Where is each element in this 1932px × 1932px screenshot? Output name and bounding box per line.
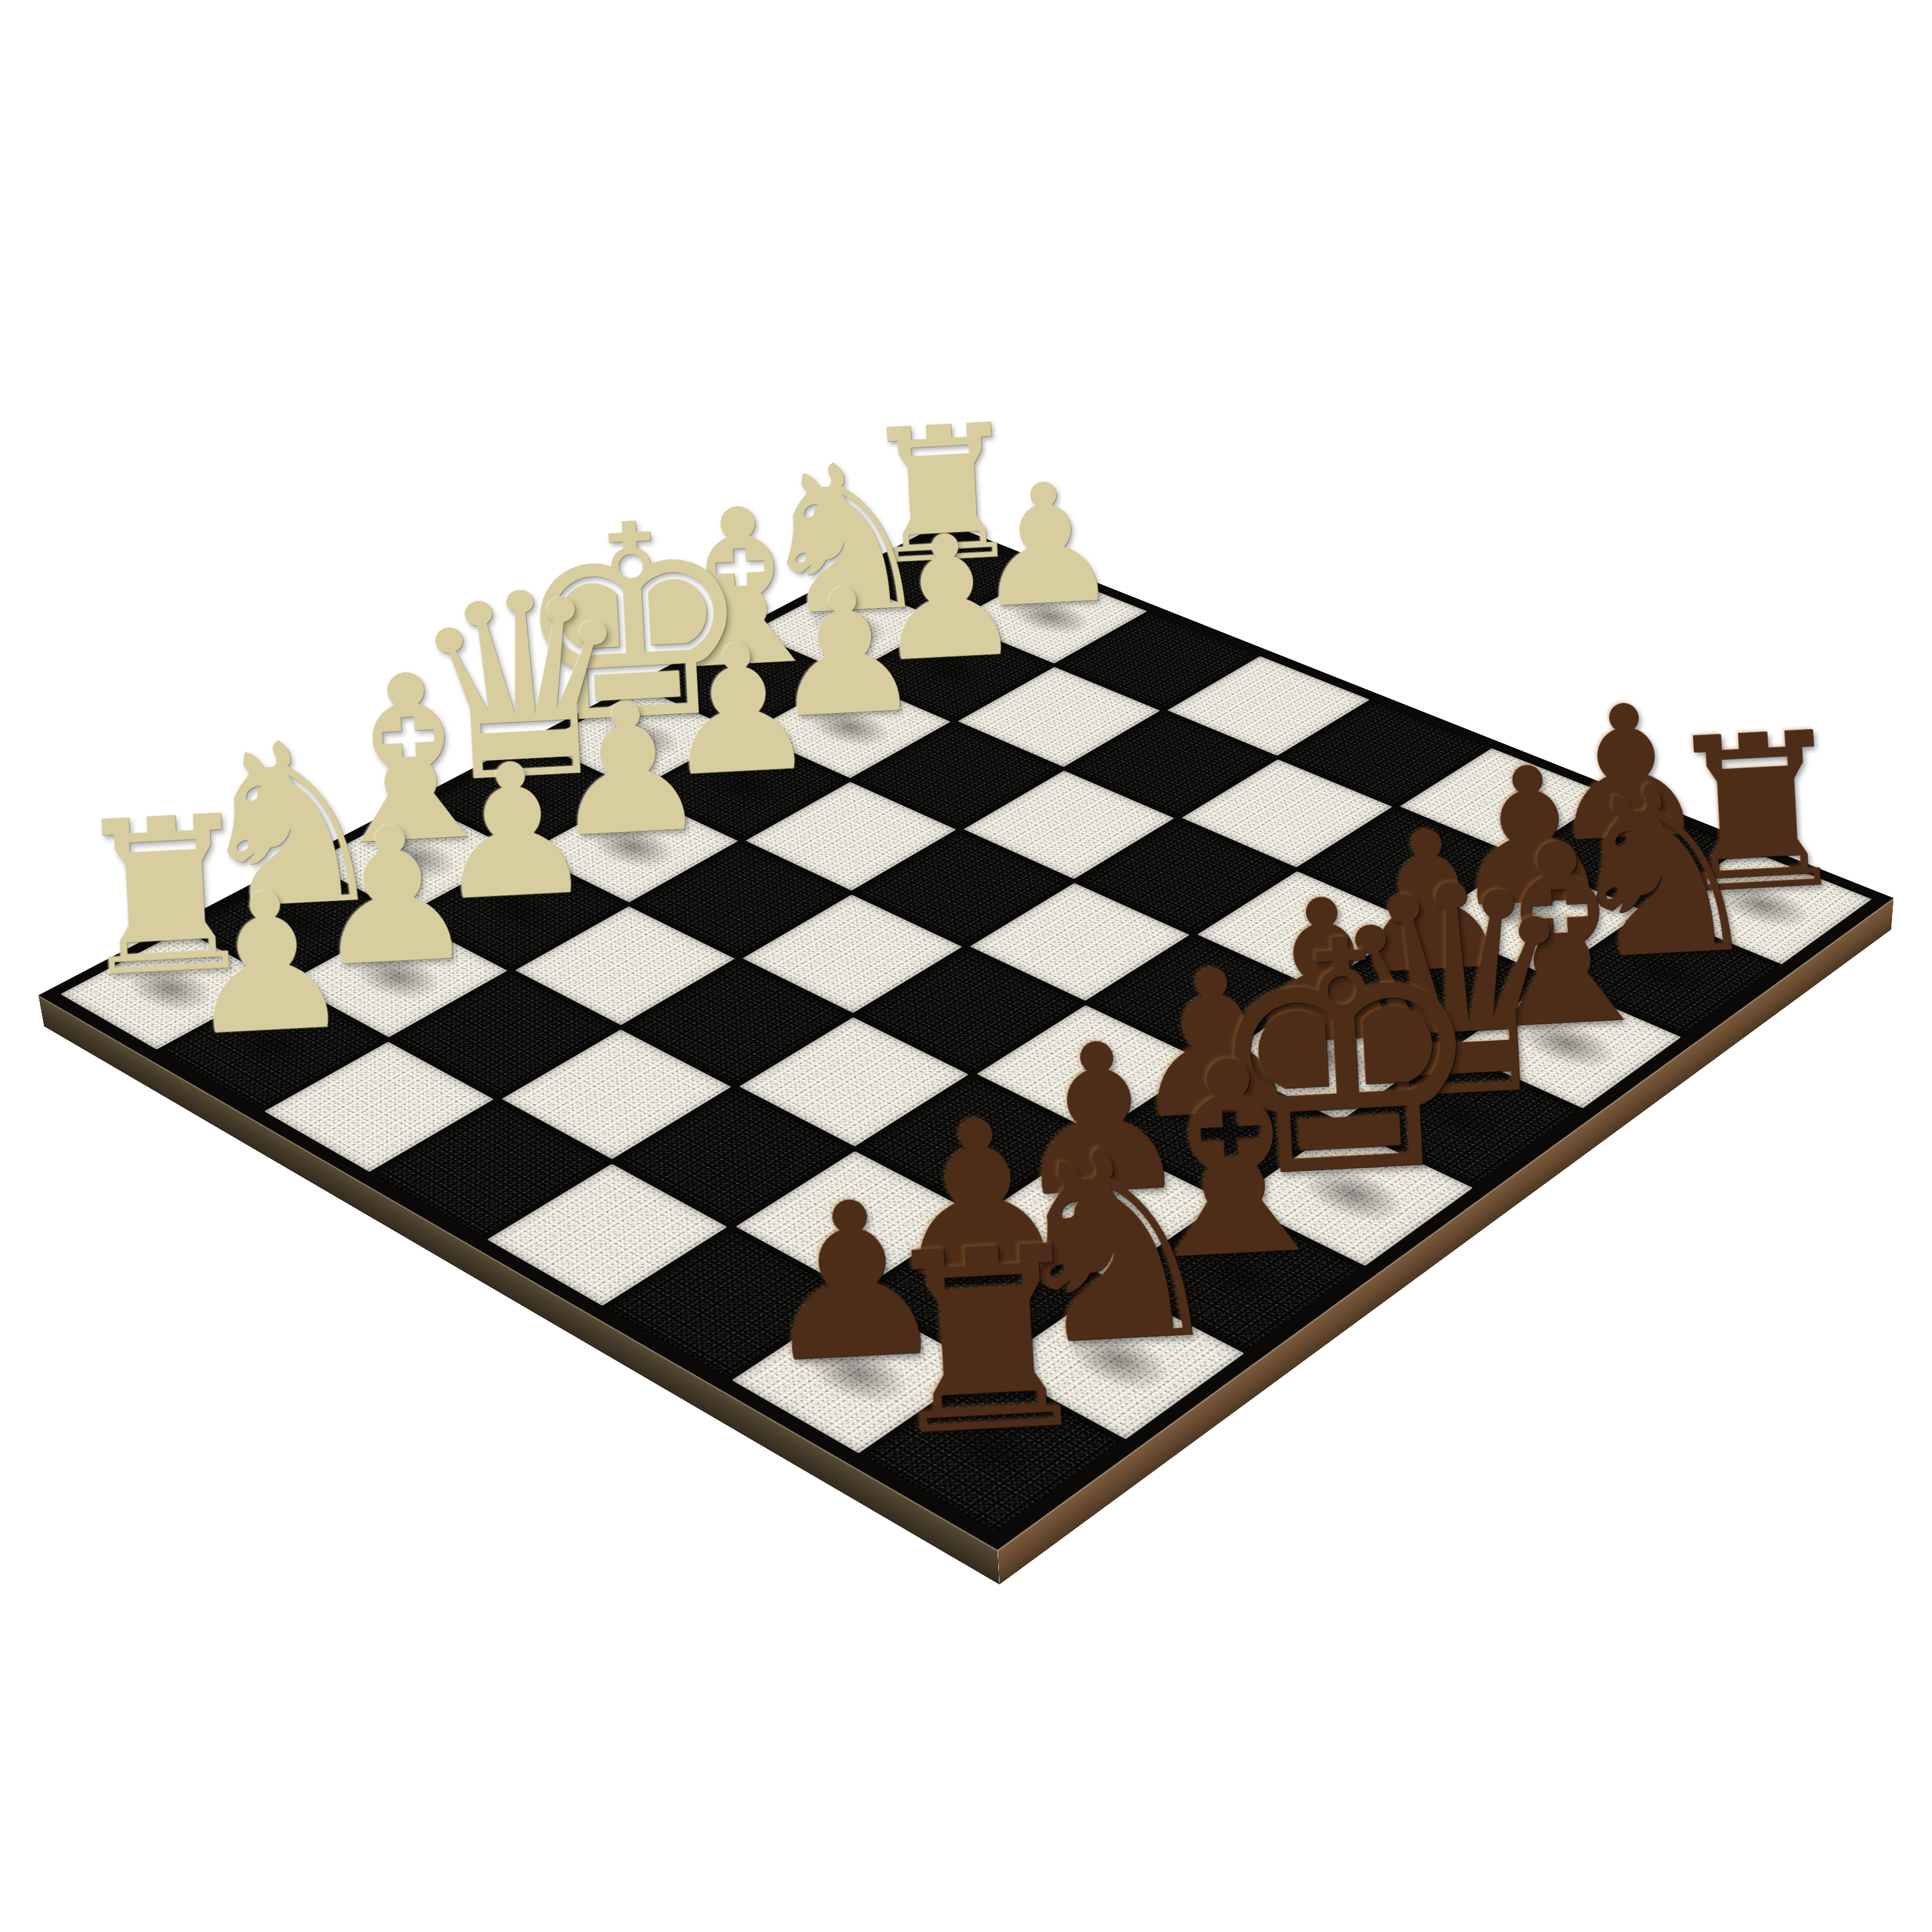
chess-board: ♜♟♟♜♞♟♟♞♝♟♟♝♚♟♟♛♛♟♟♚♝♟♟♝♞♟♟♞♜♟♟♜ — [38, 522, 1893, 1550]
board-grid: ♜♟♟♜♞♟♟♞♝♟♟♝♚♟♟♛♛♟♟♚♝♟♟♝♞♟♟♞♜♟♟♜ — [57, 529, 1876, 1536]
white-pawn: ♟ — [178, 864, 359, 1063]
chess-set-photo: ♜♟♟♜♞♟♟♞♝♟♟♝♚♟♟♛♛♟♟♚♝♟♟♝♞♟♟♞♜♟♟♜ — [0, 0, 1932, 1932]
board-lean-wrapper: ♜♟♟♜♞♟♟♞♝♟♟♝♚♟♟♛♛♟♟♚♝♟♟♝♞♟♟♞♜♟♟♜ — [276, 256, 1656, 1637]
perspective-wrapper: ♜♟♟♜♞♟♟♞♝♟♟♝♚♟♟♛♛♟♟♚♝♟♟♝♞♟♟♞♜♟♟♜ — [276, 256, 1656, 1637]
black-rook: ♜ — [868, 1211, 1105, 1472]
